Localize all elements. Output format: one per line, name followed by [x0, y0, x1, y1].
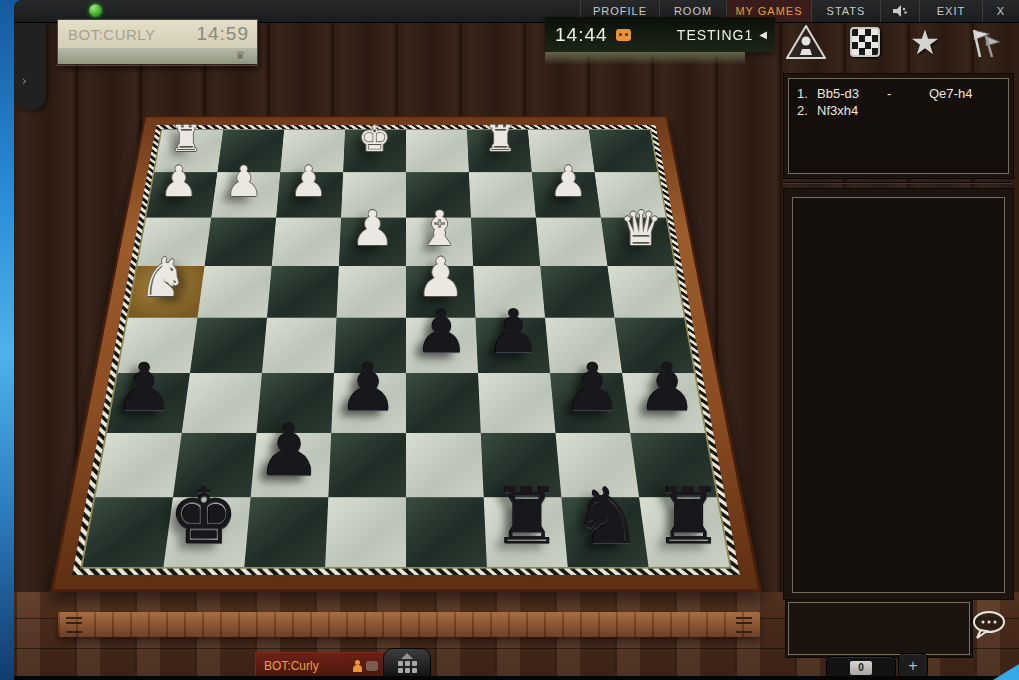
move-list-inner: 1. Bb5-d3 - Qe7-h4 2. Nf3xh4	[788, 78, 1009, 174]
white-pawn-e3[interactable]: ♟	[351, 204, 394, 252]
white-rook-h1[interactable]: ♜	[170, 121, 202, 157]
white-pawn-h2[interactable]: ♟	[160, 161, 198, 203]
crown-icon: ♛	[235, 49, 245, 62]
bot-icon	[616, 29, 631, 41]
black-rook-a8[interactable]: ♜	[654, 478, 724, 556]
opponent-panel: BOT:CURLY 14:59 ♛	[57, 19, 258, 66]
counter-badge: 0	[850, 661, 872, 675]
chat-bubble-icon[interactable]	[971, 610, 1007, 640]
person-icon	[352, 660, 362, 672]
speaker-icon	[893, 5, 908, 17]
white-king-e1[interactable]: ♚	[358, 121, 390, 157]
opponent-panel-strip: ♛	[58, 48, 257, 64]
white-knight-h4[interactable]: ♞	[139, 250, 187, 304]
move-separator	[887, 102, 929, 119]
chat-input-wrap	[785, 599, 973, 658]
move-list-panel: 1. Bb5-d3 - Qe7-h4 2. Nf3xh4	[783, 73, 1014, 179]
white-pawn-f2[interactable]: ♟	[290, 161, 328, 203]
my-name: TESTING1	[677, 27, 753, 43]
white-rook-c1[interactable]: ♜	[484, 121, 516, 157]
favorite-icon[interactable]: ★	[903, 24, 947, 60]
black-pawn-f7[interactable]: ♟	[257, 414, 322, 486]
black-king-g8[interactable]: ♚	[169, 478, 239, 556]
bottom-player-name: BOT:Curly	[264, 659, 352, 673]
small-bubble-icon[interactable]	[366, 661, 378, 671]
star-icon: ★	[910, 25, 940, 59]
status-dot-icon	[89, 4, 102, 17]
black-pawn-h6[interactable]: ♟	[115, 355, 174, 421]
opponent-clock: 14:59	[196, 23, 249, 45]
apps-grid-button[interactable]	[383, 648, 431, 679]
panel-divider	[783, 182, 1012, 183]
side-drawer-tab[interactable]: ›	[14, 22, 46, 110]
my-game-header: 14:44 TESTING1 ◀	[545, 17, 775, 52]
move-row-1: 1. Bb5-d3 - Qe7-h4	[797, 85, 1000, 102]
checkerboard-icon	[850, 27, 880, 57]
up-arrow-icon	[401, 653, 413, 659]
white-move: Nf3xh4	[817, 102, 887, 119]
menu-exit[interactable]: EXIT	[919, 0, 982, 22]
bottom-player-strip: BOT:Curly	[255, 652, 385, 678]
collapse-arrow-icon[interactable]: ◀	[759, 29, 767, 40]
black-pawn-a6[interactable]: ♟	[638, 355, 697, 421]
header-fade	[545, 52, 745, 65]
move-number: 2.	[797, 102, 817, 119]
opponent-panel-row: BOT:CURLY 14:59	[58, 20, 257, 48]
white-queen-a3[interactable]: ♛	[619, 204, 662, 252]
pawn-triangle-icon	[786, 25, 826, 59]
white-move: Bb5-d3	[817, 85, 887, 102]
side-panel	[783, 188, 1014, 600]
bottom-edge	[14, 676, 1019, 680]
black-rook-c8[interactable]: ♜	[492, 478, 562, 556]
opponent-name: BOT:CURLY	[68, 26, 196, 43]
drawer-arrow-icon: ›	[22, 74, 27, 88]
black-move: Qe7-h4	[929, 85, 972, 102]
move-list[interactable]: 1. Bb5-d3 - Qe7-h4 2. Nf3xh4	[797, 85, 1000, 167]
close-button[interactable]: X	[982, 0, 1019, 22]
move-row-2: 2. Nf3xh4	[797, 102, 1000, 119]
chat-input[interactable]	[788, 602, 970, 655]
flags-icon	[966, 26, 1004, 58]
side-panel-inner	[792, 197, 1005, 593]
resign-icon[interactable]	[963, 24, 1007, 60]
move-separator: -	[887, 85, 929, 102]
game-window: ♚♛♜♜♝♞♟♟♟♟♟♟♚♜♜♞♟♟♟♟♟♟♟ › PROFILE ROOM M…	[14, 0, 1019, 680]
grid-dots-icon	[398, 661, 417, 673]
menu-sound[interactable]	[880, 0, 919, 22]
black-pawn-c5[interactable]: ♟	[487, 301, 541, 361]
move-number: 1.	[797, 85, 817, 102]
black-knight-b8[interactable]: ♞	[573, 478, 643, 556]
menu-stats[interactable]: STATS	[811, 0, 880, 22]
my-clock: 14:44	[555, 24, 608, 46]
white-pawn-b2[interactable]: ♟	[549, 161, 587, 203]
black-pawn-e6[interactable]: ♟	[339, 355, 398, 421]
tournament-icon[interactable]	[784, 24, 828, 60]
black-pawn-d5[interactable]: ♟	[415, 301, 469, 361]
board-view-icon[interactable]	[843, 24, 887, 60]
white-pawn-g2[interactable]: ♟	[225, 161, 263, 203]
black-pawn-b6[interactable]: ♟	[563, 355, 622, 421]
